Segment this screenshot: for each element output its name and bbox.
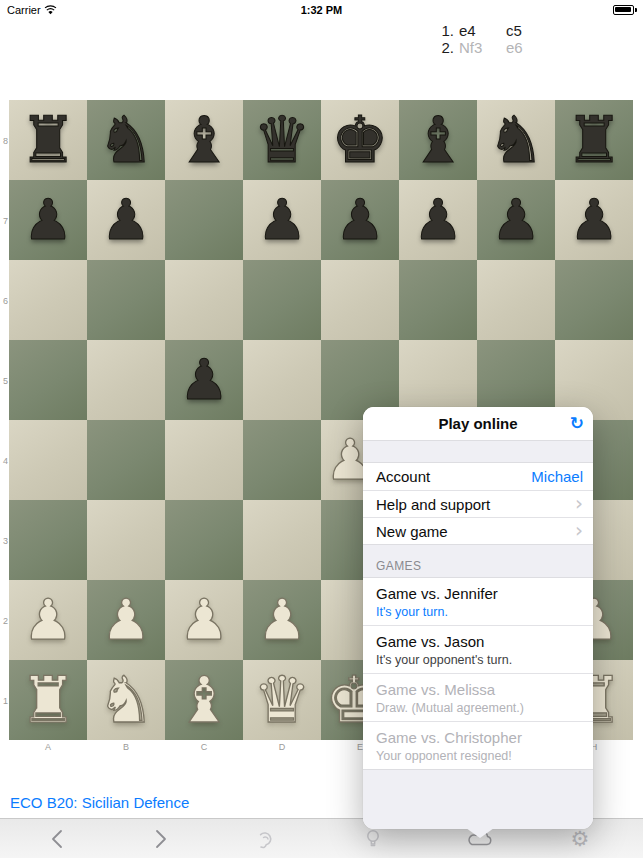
account-row[interactable]: Account Michael — [363, 463, 593, 490]
black-pawn[interactable]: ♟ — [87, 180, 165, 260]
square-b2[interactable]: ♟ — [87, 580, 165, 660]
rank-label-7: 7 — [2, 216, 9, 226]
move-text: e4 — [459, 22, 506, 39]
game-row[interactable]: Game vs. JenniferIt's your turn. — [363, 578, 593, 625]
move-text: Nf3 — [459, 39, 506, 56]
black-knight[interactable]: ♞ — [477, 100, 555, 180]
square-b6[interactable] — [87, 260, 165, 340]
opening-name-label: ECO B20: Sicilian Defence — [10, 794, 189, 811]
square-b5[interactable] — [87, 340, 165, 420]
white-pawn[interactable]: ♟ — [165, 580, 243, 660]
rank-label-6: 6 — [2, 296, 9, 306]
white-pawn[interactable]: ♟ — [243, 580, 321, 660]
game-title: Game vs. Christopher — [376, 729, 583, 746]
lightbulb-icon — [363, 827, 383, 851]
square-c6[interactable] — [165, 260, 243, 340]
square-d1[interactable]: ♛ — [243, 660, 321, 740]
black-queen[interactable]: ♛ — [243, 100, 321, 180]
rank-label-1: 1 — [2, 696, 9, 706]
black-knight[interactable]: ♞ — [87, 100, 165, 180]
rank-label-8: 8 — [2, 136, 9, 146]
chevron-right-icon: › — [575, 520, 583, 540]
rank-label-4: 4 — [2, 456, 9, 466]
new-game-label: New game — [376, 523, 575, 540]
move-text: c5 — [506, 22, 546, 39]
black-pawn[interactable]: ♟ — [165, 340, 243, 420]
white-pawn[interactable]: ♟ — [9, 580, 87, 660]
file-label-a: A — [9, 742, 87, 752]
square-h8[interactable]: ♜ — [555, 100, 633, 180]
account-value: Michael — [531, 468, 583, 485]
square-a4[interactable] — [9, 420, 87, 500]
square-e7[interactable]: ♟ — [321, 180, 399, 260]
new-game-row[interactable]: New game › — [363, 517, 593, 544]
square-c1[interactable]: ♝ — [165, 660, 243, 740]
game-status: It's your opponent's turn. — [376, 653, 583, 667]
clock: 1:32 PM — [0, 4, 643, 16]
game-status: Your opponent resigned! — [376, 749, 583, 763]
square-b3[interactable] — [87, 500, 165, 580]
square-d7[interactable]: ♟ — [243, 180, 321, 260]
square-a7[interactable]: ♟ — [9, 180, 87, 260]
square-g7[interactable]: ♟ — [477, 180, 555, 260]
square-f8[interactable]: ♝ — [399, 100, 477, 180]
move-row[interactable]: 1.e4c5 — [432, 22, 546, 39]
square-c2[interactable]: ♟ — [165, 580, 243, 660]
square-d5[interactable] — [243, 340, 321, 420]
account-label: Account — [376, 468, 531, 485]
square-a6[interactable] — [9, 260, 87, 340]
black-king[interactable]: ♚ — [321, 100, 399, 180]
speak-moves-button[interactable] — [248, 822, 282, 856]
square-e6[interactable] — [321, 260, 399, 340]
chevron-right-icon — [150, 828, 170, 850]
rank-label-2: 2 — [2, 616, 9, 626]
square-b7[interactable]: ♟ — [87, 180, 165, 260]
square-a1[interactable]: ♜ — [9, 660, 87, 740]
forward-button[interactable] — [143, 822, 177, 856]
black-pawn[interactable]: ♟ — [243, 180, 321, 260]
chevron-left-icon — [48, 828, 68, 850]
file-label-b: B — [87, 742, 165, 752]
popover-arrow — [466, 828, 494, 838]
chevron-right-icon: › — [575, 493, 583, 513]
square-b8[interactable]: ♞ — [87, 100, 165, 180]
game-row[interactable]: Game vs. ChristopherYour opponent resign… — [363, 721, 593, 769]
play-online-popover: Play online ↻ Account Michael Help and s… — [363, 407, 593, 829]
black-rook[interactable]: ♜ — [9, 100, 87, 180]
black-bishop[interactable]: ♝ — [399, 100, 477, 180]
refresh-button[interactable]: ↻ — [570, 407, 584, 440]
popover-title-bar: Play online ↻ — [363, 407, 593, 440]
white-bishop[interactable]: ♝ — [165, 660, 243, 740]
app-screen: Carrier 1:32 PM 1.e4c52.Nf3e6 ♜♞♝♛♚♝♞♜♟♟… — [0, 0, 643, 858]
square-g6[interactable] — [477, 260, 555, 340]
move-text: 2. — [432, 39, 454, 56]
square-c3[interactable] — [165, 500, 243, 580]
file-label-c: C — [165, 742, 243, 752]
square-h7[interactable]: ♟ — [555, 180, 633, 260]
square-d3[interactable] — [243, 500, 321, 580]
black-pawn[interactable]: ♟ — [399, 180, 477, 260]
gear-icon: ⚙ — [571, 829, 590, 850]
game-row[interactable]: Game vs. MelissaDraw. (Mutual agreement.… — [363, 673, 593, 721]
square-a8[interactable]: ♜ — [9, 100, 87, 180]
black-pawn[interactable]: ♟ — [477, 180, 555, 260]
popover-footer — [363, 769, 593, 829]
black-pawn[interactable]: ♟ — [555, 180, 633, 260]
rank-label-3: 3 — [2, 536, 9, 546]
move-row[interactable]: 2.Nf3e6 — [432, 39, 546, 56]
move-text: 1. — [432, 22, 454, 39]
square-g8[interactable]: ♞ — [477, 100, 555, 180]
black-pawn[interactable]: ♟ — [9, 180, 87, 260]
move-text: e6 — [506, 39, 546, 56]
back-button[interactable] — [41, 822, 75, 856]
game-title: Game vs. Jason — [376, 633, 583, 650]
rank-label-5: 5 — [2, 376, 9, 386]
file-label-d: D — [243, 742, 321, 752]
square-f6[interactable] — [399, 260, 477, 340]
square-d4[interactable] — [243, 420, 321, 500]
square-b4[interactable] — [87, 420, 165, 500]
square-c7[interactable] — [165, 180, 243, 260]
game-title: Game vs. Jennifer — [376, 585, 583, 602]
move-list[interactable]: 1.e4c52.Nf3e6 — [432, 22, 546, 56]
square-c5[interactable]: ♟ — [165, 340, 243, 420]
popover-title: Play online — [438, 415, 517, 432]
square-d2[interactable]: ♟ — [243, 580, 321, 660]
square-d6[interactable] — [243, 260, 321, 340]
status-bar: Carrier 1:32 PM — [0, 0, 643, 20]
white-knight[interactable]: ♞ — [87, 660, 165, 740]
game-row[interactable]: Game vs. JasonIt's your opponent's turn. — [363, 625, 593, 673]
square-f7[interactable]: ♟ — [399, 180, 477, 260]
square-c8[interactable]: ♝ — [165, 100, 243, 180]
help-and-support-row[interactable]: Help and support › — [363, 490, 593, 517]
black-bishop[interactable]: ♝ — [165, 100, 243, 180]
square-e8[interactable]: ♚ — [321, 100, 399, 180]
square-d8[interactable]: ♛ — [243, 100, 321, 180]
battery-icon — [613, 5, 637, 15]
square-a3[interactable] — [9, 500, 87, 580]
white-rook[interactable]: ♜ — [9, 660, 87, 740]
game-title: Game vs. Melissa — [376, 681, 583, 698]
square-a2[interactable]: ♟ — [9, 580, 87, 660]
square-c4[interactable] — [165, 420, 243, 500]
help-label: Help and support — [376, 496, 575, 513]
games-section-header: GAMES — [363, 544, 593, 578]
white-pawn[interactable]: ♟ — [87, 580, 165, 660]
game-status: Draw. (Mutual agreement.) — [376, 701, 583, 715]
square-h6[interactable] — [555, 260, 633, 340]
black-pawn[interactable]: ♟ — [321, 180, 399, 260]
game-status: It's your turn. — [376, 605, 583, 619]
square-b1[interactable]: ♞ — [87, 660, 165, 740]
ear-icon — [255, 828, 275, 850]
white-queen[interactable]: ♛ — [243, 660, 321, 740]
games-list: Game vs. JenniferIt's your turn.Game vs.… — [363, 578, 593, 769]
popover-spacer — [363, 440, 593, 463]
square-a5[interactable] — [9, 340, 87, 420]
black-rook[interactable]: ♜ — [555, 100, 633, 180]
